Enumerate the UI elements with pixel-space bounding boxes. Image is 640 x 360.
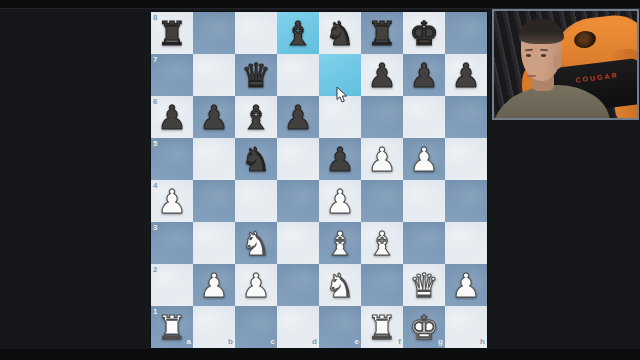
white-bishop[interactable]: ♝	[361, 222, 403, 264]
square-g1[interactable]: g♚	[403, 306, 445, 348]
square-b2[interactable]: ♟	[193, 264, 235, 306]
square-f6[interactable]	[361, 96, 403, 138]
square-c4[interactable]	[235, 180, 277, 222]
mouse-cursor	[336, 87, 349, 104]
white-pawn[interactable]: ♟	[403, 138, 445, 180]
square-a3[interactable]: 3	[151, 222, 193, 264]
black-pawn[interactable]: ♟	[403, 54, 445, 96]
square-g8[interactable]: ♚	[403, 12, 445, 54]
white-rook[interactable]: ♜	[151, 306, 193, 348]
black-pawn[interactable]: ♟	[319, 138, 361, 180]
square-f3[interactable]: ♝	[361, 222, 403, 264]
webcam-feed: COUGAR	[492, 9, 639, 120]
square-b4[interactable]	[193, 180, 235, 222]
square-a7[interactable]: 7	[151, 54, 193, 96]
square-g7[interactable]: ♟	[403, 54, 445, 96]
square-g2[interactable]: ♛	[403, 264, 445, 306]
black-pawn[interactable]: ♟	[445, 54, 487, 96]
square-f5[interactable]: ♟	[361, 138, 403, 180]
rank-label-7: 7	[153, 56, 157, 64]
black-knight[interactable]: ♞	[319, 12, 361, 54]
black-bishop[interactable]: ♝	[235, 96, 277, 138]
square-e3[interactable]: ♝	[319, 222, 361, 264]
square-d8[interactable]: ♝	[277, 12, 319, 54]
square-f7[interactable]: ♟	[361, 54, 403, 96]
square-e8[interactable]: ♞	[319, 12, 361, 54]
square-a6[interactable]: 6♟	[151, 96, 193, 138]
black-bishop[interactable]: ♝	[277, 12, 319, 54]
white-pawn[interactable]: ♟	[445, 264, 487, 306]
square-b7[interactable]	[193, 54, 235, 96]
square-a2[interactable]: 2	[151, 264, 193, 306]
square-d6[interactable]: ♟	[277, 96, 319, 138]
square-e1[interactable]: e	[319, 306, 361, 348]
square-c2[interactable]: ♟	[235, 264, 277, 306]
square-b8[interactable]	[193, 12, 235, 54]
black-rook[interactable]: ♜	[361, 12, 403, 54]
square-a1[interactable]: 1a♜	[151, 306, 193, 348]
white-knight[interactable]: ♞	[235, 222, 277, 264]
square-f2[interactable]	[361, 264, 403, 306]
black-king[interactable]: ♚	[403, 12, 445, 54]
square-h5[interactable]	[445, 138, 487, 180]
white-queen[interactable]: ♛	[403, 264, 445, 306]
square-d3[interactable]	[277, 222, 319, 264]
square-h3[interactable]	[445, 222, 487, 264]
white-pawn[interactable]: ♟	[361, 138, 403, 180]
square-d1[interactable]: d	[277, 306, 319, 348]
square-h7[interactable]: ♟	[445, 54, 487, 96]
white-king[interactable]: ♚	[403, 306, 445, 348]
streamer-mouth	[527, 75, 536, 77]
black-knight[interactable]: ♞	[235, 138, 277, 180]
black-rook[interactable]: ♜	[151, 12, 193, 54]
square-h6[interactable]	[445, 96, 487, 138]
square-b3[interactable]	[193, 222, 235, 264]
square-b1[interactable]: b	[193, 306, 235, 348]
streamer-eyebrow	[540, 49, 548, 51]
rank-label-5: 5	[153, 140, 157, 148]
white-rook[interactable]: ♜	[361, 306, 403, 348]
square-d5[interactable]	[277, 138, 319, 180]
square-f8[interactable]: ♜	[361, 12, 403, 54]
square-h1[interactable]: h	[445, 306, 487, 348]
square-d2[interactable]	[277, 264, 319, 306]
streamer-eye	[526, 54, 531, 57]
square-c3[interactable]: ♞	[235, 222, 277, 264]
square-b6[interactable]: ♟	[193, 96, 235, 138]
square-e4[interactable]: ♟	[319, 180, 361, 222]
chess-board[interactable]: 8♜♝♞♜♚7♛♟♟♟6♟♟♝♟5♞♟♟♟4♟♟3♞♝♝2♟♟♞♛♟1a♜bcd…	[151, 12, 487, 348]
square-g6[interactable]	[403, 96, 445, 138]
rank-label-3: 3	[153, 224, 157, 232]
streamer-eye	[541, 54, 546, 57]
white-bishop[interactable]: ♝	[319, 222, 361, 264]
square-c5[interactable]: ♞	[235, 138, 277, 180]
white-pawn[interactable]: ♟	[235, 264, 277, 306]
black-queen[interactable]: ♛	[235, 54, 277, 96]
white-pawn[interactable]: ♟	[193, 264, 235, 306]
square-d7[interactable]	[277, 54, 319, 96]
square-e2[interactable]: ♞	[319, 264, 361, 306]
file-label-d: d	[312, 338, 317, 346]
file-label-h: h	[480, 338, 485, 346]
file-label-b: b	[228, 338, 233, 346]
square-g3[interactable]	[403, 222, 445, 264]
file-label-e: e	[355, 338, 359, 346]
square-a8[interactable]: 8♜	[151, 12, 193, 54]
square-a5[interactable]: 5	[151, 138, 193, 180]
white-knight[interactable]: ♞	[319, 264, 361, 306]
square-b5[interactable]	[193, 138, 235, 180]
square-c6[interactable]: ♝	[235, 96, 277, 138]
square-f4[interactable]	[361, 180, 403, 222]
square-g5[interactable]: ♟	[403, 138, 445, 180]
square-g4[interactable]	[403, 180, 445, 222]
black-pawn[interactable]: ♟	[361, 54, 403, 96]
black-pawn[interactable]: ♟	[277, 96, 319, 138]
square-h8[interactable]	[445, 12, 487, 54]
square-h4[interactable]	[445, 180, 487, 222]
streamer-ear	[553, 55, 562, 69]
square-h2[interactable]: ♟	[445, 264, 487, 306]
white-pawn[interactable]: ♟	[319, 180, 361, 222]
white-pawn[interactable]: ♟	[151, 180, 193, 222]
file-label-c: c	[271, 338, 275, 346]
square-e5[interactable]: ♟	[319, 138, 361, 180]
square-c7[interactable]: ♛	[235, 54, 277, 96]
square-c1[interactable]: c	[235, 306, 277, 348]
square-c8[interactable]	[235, 12, 277, 54]
square-a4[interactable]: 4♟	[151, 180, 193, 222]
stream-screen: 8♜♝♞♜♚7♛♟♟♟6♟♟♝♟5♞♟♟♟4♟♟3♞♝♝2♟♟♞♛♟1a♜bcd…	[0, 0, 640, 360]
rank-label-2: 2	[153, 266, 157, 274]
black-pawn[interactable]: ♟	[193, 96, 235, 138]
black-pawn[interactable]: ♟	[151, 96, 193, 138]
square-d4[interactable]	[277, 180, 319, 222]
square-f1[interactable]: f♜	[361, 306, 403, 348]
